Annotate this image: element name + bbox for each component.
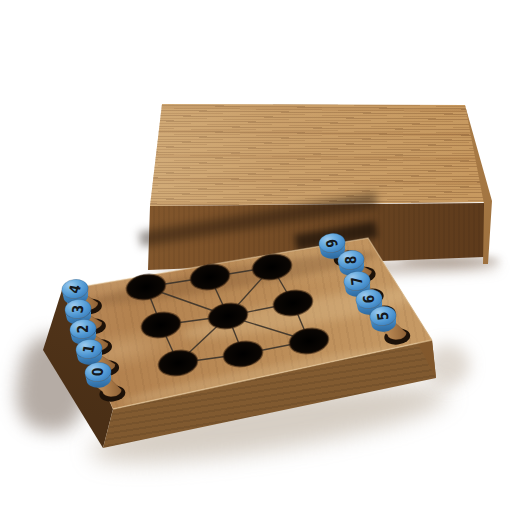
- peg-number: 8: [341, 255, 359, 265]
- grid-hole-r2c2[interactable]: [207, 301, 250, 332]
- grid-hole-r2c1[interactable]: [140, 310, 183, 341]
- board-detail-layer: 4 3 2 1: [0, 0, 527, 527]
- peg-number: 3: [68, 304, 87, 313]
- grid-hole-r1c2[interactable]: [189, 262, 232, 293]
- grid-holes: [125, 252, 331, 379]
- grid-hole-r1c1[interactable]: [125, 272, 168, 303]
- left-rack: 4 3 2 1: [61, 277, 126, 404]
- peg-number: 2: [74, 325, 92, 334]
- peg-number: 0: [88, 368, 106, 377]
- scene-wooden-number-puzzle: 4 3 2 1: [0, 0, 527, 527]
- peg-0[interactable]: 0: [84, 360, 126, 404]
- grid-hole-r3c2[interactable]: [222, 339, 265, 370]
- grid-hole-r2c3[interactable]: [272, 288, 315, 319]
- grid-hole-r3c1[interactable]: [157, 348, 200, 379]
- peg-number: 6: [360, 294, 378, 303]
- peg-5[interactable]: 5: [369, 304, 411, 347]
- right-rack: 9 8 7 6: [318, 231, 411, 347]
- grid-hole-r3c3[interactable]: [288, 326, 331, 357]
